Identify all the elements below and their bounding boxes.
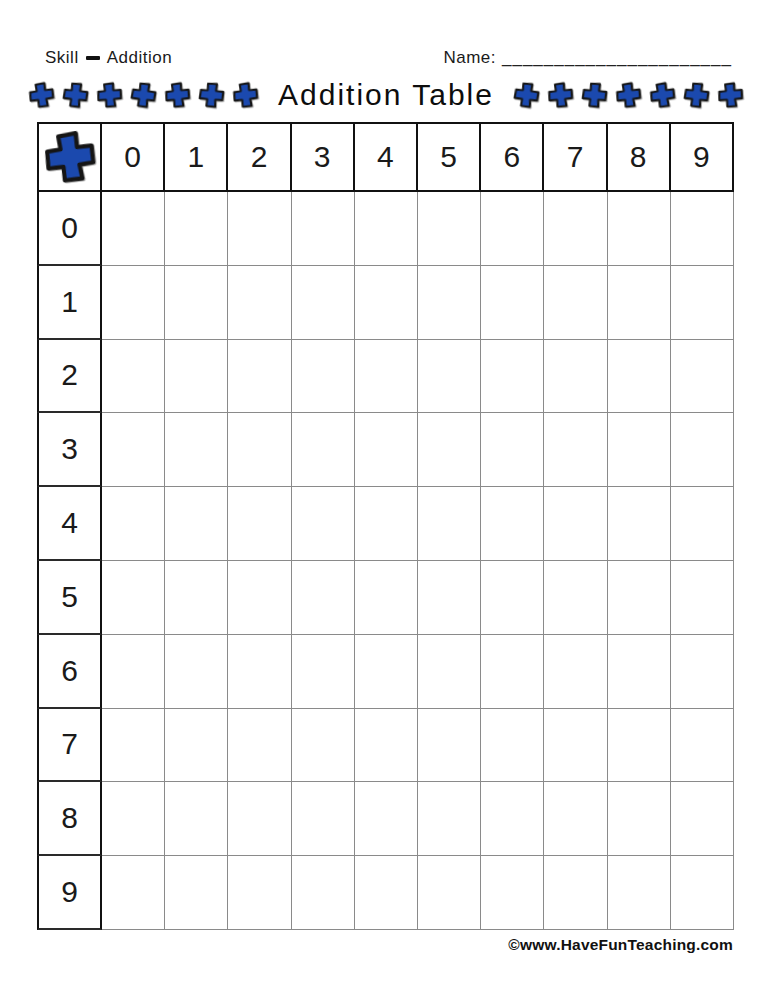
sum-cell-r7-c6[interactable] — [481, 709, 544, 783]
sum-cell-r5-c4[interactable] — [355, 561, 418, 635]
sum-cell-r2-c8[interactable] — [608, 340, 671, 414]
sum-cell-r0-c6[interactable] — [481, 192, 544, 266]
sum-cell-r9-c9[interactable] — [671, 856, 734, 930]
sum-cell-r1-c4[interactable] — [355, 266, 418, 340]
plus-icon — [647, 80, 677, 110]
skill-dash — [86, 56, 100, 60]
sum-cell-r7-c3[interactable] — [292, 709, 355, 783]
sum-cell-r4-c0[interactable] — [102, 487, 165, 561]
name-line: Name: ______________________ — [443, 48, 732, 68]
plus-icon — [546, 81, 576, 110]
sum-cell-r7-c4[interactable] — [355, 709, 418, 783]
sum-cell-r6-c3[interactable] — [292, 635, 355, 709]
sum-cell-r8-c8[interactable] — [608, 782, 671, 856]
sum-cell-r2-c7[interactable] — [544, 340, 607, 414]
sum-cell-r5-c5[interactable] — [418, 561, 481, 635]
sum-cell-r3-c7[interactable] — [544, 413, 607, 487]
sum-cell-r1-c2[interactable] — [228, 266, 291, 340]
plus-icon — [129, 80, 159, 109]
sum-cell-r0-c0[interactable] — [102, 192, 165, 266]
plus-icon — [613, 80, 643, 109]
sum-cell-r1-c5[interactable] — [418, 266, 481, 340]
col-header-9: 9 — [671, 122, 734, 192]
sum-cell-r0-c3[interactable] — [292, 192, 355, 266]
sum-cell-r1-c7[interactable] — [544, 266, 607, 340]
sum-cell-r0-c7[interactable] — [544, 192, 607, 266]
sum-cell-r9-c7[interactable] — [544, 856, 607, 930]
col-header-1: 1 — [165, 122, 228, 192]
plus-icon — [26, 80, 56, 110]
col-header-7: 7 — [544, 122, 607, 192]
sum-cell-r6-c1[interactable] — [165, 635, 228, 709]
sum-cell-r4-c2[interactable] — [228, 487, 291, 561]
sum-cell-r0-c1[interactable] — [165, 192, 228, 266]
sum-cell-r1-c9[interactable] — [671, 266, 734, 340]
sum-cell-r8-c7[interactable] — [544, 782, 607, 856]
sum-cell-r2-c5[interactable] — [418, 340, 481, 414]
row-header-3: 3 — [37, 413, 102, 487]
sum-cell-r4-c4[interactable] — [355, 487, 418, 561]
sum-cell-r2-c0[interactable] — [102, 340, 165, 414]
plus-icon — [95, 81, 124, 109]
sum-cell-r3-c3[interactable] — [292, 413, 355, 487]
sum-cell-r9-c8[interactable] — [608, 856, 671, 930]
sum-cell-r9-c5[interactable] — [418, 856, 481, 930]
sum-cell-r8-c9[interactable] — [671, 782, 734, 856]
sum-cell-r6-c5[interactable] — [418, 635, 481, 709]
sum-cell-r8-c5[interactable] — [418, 782, 481, 856]
row-header-1: 1 — [37, 266, 102, 340]
sum-cell-r0-c5[interactable] — [418, 192, 481, 266]
sum-cell-r7-c7[interactable] — [544, 709, 607, 783]
row-header-4: 4 — [37, 487, 102, 561]
page-title: Addition Table — [272, 78, 500, 112]
copyright-text: ©www.HaveFunTeaching.com — [508, 936, 733, 954]
sum-cell-r7-c8[interactable] — [608, 709, 671, 783]
addition-table: 01234567890123456789 — [37, 122, 734, 930]
skill-label: Skill — [45, 48, 79, 68]
sum-cell-r4-c1[interactable] — [165, 487, 228, 561]
col-header-3: 3 — [292, 122, 355, 192]
col-header-4: 4 — [355, 122, 418, 192]
plus-icon — [716, 81, 745, 109]
plus-icon — [231, 80, 261, 109]
sum-cell-r4-c3[interactable] — [292, 487, 355, 561]
sum-cell-r8-c2[interactable] — [228, 782, 291, 856]
row-header-9: 9 — [37, 856, 102, 930]
sum-cell-r0-c2[interactable] — [228, 192, 291, 266]
sum-cell-r8-c0[interactable] — [102, 782, 165, 856]
sum-cell-r8-c4[interactable] — [355, 782, 418, 856]
col-header-2: 2 — [228, 122, 291, 192]
sum-cell-r2-c2[interactable] — [228, 340, 291, 414]
skill-value: Addition — [107, 48, 172, 68]
col-header-8: 8 — [608, 122, 671, 192]
col-header-0: 0 — [102, 122, 165, 192]
plus-icon — [511, 80, 541, 109]
sum-cell-r9-c3[interactable] — [292, 856, 355, 930]
sum-cell-r7-c2[interactable] — [228, 709, 291, 783]
sum-cell-r9-c0[interactable] — [102, 856, 165, 930]
plus-icon — [580, 81, 609, 109]
sum-cell-r3-c2[interactable] — [228, 413, 291, 487]
sum-cell-r1-c3[interactable] — [292, 266, 355, 340]
sum-cell-r5-c1[interactable] — [165, 561, 228, 635]
sum-cell-r2-c3[interactable] — [292, 340, 355, 414]
plus-icon — [40, 128, 99, 187]
sum-cell-r3-c0[interactable] — [102, 413, 165, 487]
sum-cell-r9-c1[interactable] — [165, 856, 228, 930]
sum-cell-r3-c6[interactable] — [481, 413, 544, 487]
sum-cell-r5-c8[interactable] — [608, 561, 671, 635]
sum-cell-r5-c2[interactable] — [228, 561, 291, 635]
plus-icon — [197, 81, 226, 109]
sum-cell-r9-c2[interactable] — [228, 856, 291, 930]
sum-cell-r2-c6[interactable] — [481, 340, 544, 414]
col-header-5: 5 — [418, 122, 481, 192]
sum-cell-r1-c0[interactable] — [102, 266, 165, 340]
sum-cell-r7-c0[interactable] — [102, 709, 165, 783]
row-header-8: 8 — [37, 782, 102, 856]
sum-cell-r3-c8[interactable] — [608, 413, 671, 487]
sum-cell-r0-c9[interactable] — [671, 192, 734, 266]
sum-cell-r8-c1[interactable] — [165, 782, 228, 856]
sum-cell-r4-c6[interactable] — [481, 487, 544, 561]
sum-cell-r2-c4[interactable] — [355, 340, 418, 414]
sum-cell-r1-c8[interactable] — [608, 266, 671, 340]
sum-cell-r2-c1[interactable] — [165, 340, 228, 414]
sum-cell-r7-c5[interactable] — [418, 709, 481, 783]
sum-cell-r2-c9[interactable] — [671, 340, 734, 414]
skill-line: Skill Addition — [45, 48, 172, 68]
row-header-2: 2 — [37, 340, 102, 414]
sum-cell-r6-c4[interactable] — [355, 635, 418, 709]
sum-cell-r7-c9[interactable] — [671, 709, 734, 783]
sum-cell-r5-c9[interactable] — [671, 561, 734, 635]
plus-group-right — [513, 82, 744, 108]
sum-cell-r8-c6[interactable] — [481, 782, 544, 856]
sum-cell-r9-c6[interactable] — [481, 856, 544, 930]
sum-cell-r6-c9[interactable] — [671, 635, 734, 709]
sum-cell-r5-c6[interactable] — [481, 561, 544, 635]
sum-cell-r5-c7[interactable] — [544, 561, 607, 635]
sum-cell-r6-c7[interactable] — [544, 635, 607, 709]
sum-cell-r5-c0[interactable] — [102, 561, 165, 635]
plus-icon — [163, 81, 193, 110]
sum-cell-r4-c9[interactable] — [671, 487, 734, 561]
sum-cell-r4-c8[interactable] — [608, 487, 671, 561]
plus-row: Addition Table — [0, 74, 772, 116]
sum-cell-r3-c4[interactable] — [355, 413, 418, 487]
row-header-5: 5 — [37, 561, 102, 635]
name-blank-field[interactable]: ______________________ — [502, 48, 732, 68]
sum-cell-r3-c5[interactable] — [418, 413, 481, 487]
plus-group-left — [28, 82, 259, 108]
plus-icon — [61, 81, 91, 110]
sum-cell-r4-c7[interactable] — [544, 487, 607, 561]
name-label: Name: — [443, 48, 496, 68]
sum-cell-r6-c0[interactable] — [102, 635, 165, 709]
sum-cell-r8-c3[interactable] — [292, 782, 355, 856]
row-header-6: 6 — [37, 635, 102, 709]
sum-cell-r6-c8[interactable] — [608, 635, 671, 709]
sum-cell-r4-c5[interactable] — [418, 487, 481, 561]
col-header-6: 6 — [481, 122, 544, 192]
row-header-7: 7 — [37, 709, 102, 783]
sum-cell-r0-c4[interactable] — [355, 192, 418, 266]
sum-cell-r6-c6[interactable] — [481, 635, 544, 709]
sum-cell-r3-c1[interactable] — [165, 413, 228, 487]
row-header-0: 0 — [37, 192, 102, 266]
sum-cell-r5-c3[interactable] — [292, 561, 355, 635]
worksheet-page: Skill Addition Name: ___________________… — [0, 0, 772, 1000]
sum-cell-r1-c6[interactable] — [481, 266, 544, 340]
sum-cell-r1-c1[interactable] — [165, 266, 228, 340]
sum-cell-r7-c1[interactable] — [165, 709, 228, 783]
plus-icon — [682, 81, 712, 110]
sum-cell-r9-c4[interactable] — [355, 856, 418, 930]
sum-cell-r0-c8[interactable] — [608, 192, 671, 266]
corner-plus-cell — [37, 122, 102, 192]
sum-cell-r6-c2[interactable] — [228, 635, 291, 709]
sum-cell-r3-c9[interactable] — [671, 413, 734, 487]
